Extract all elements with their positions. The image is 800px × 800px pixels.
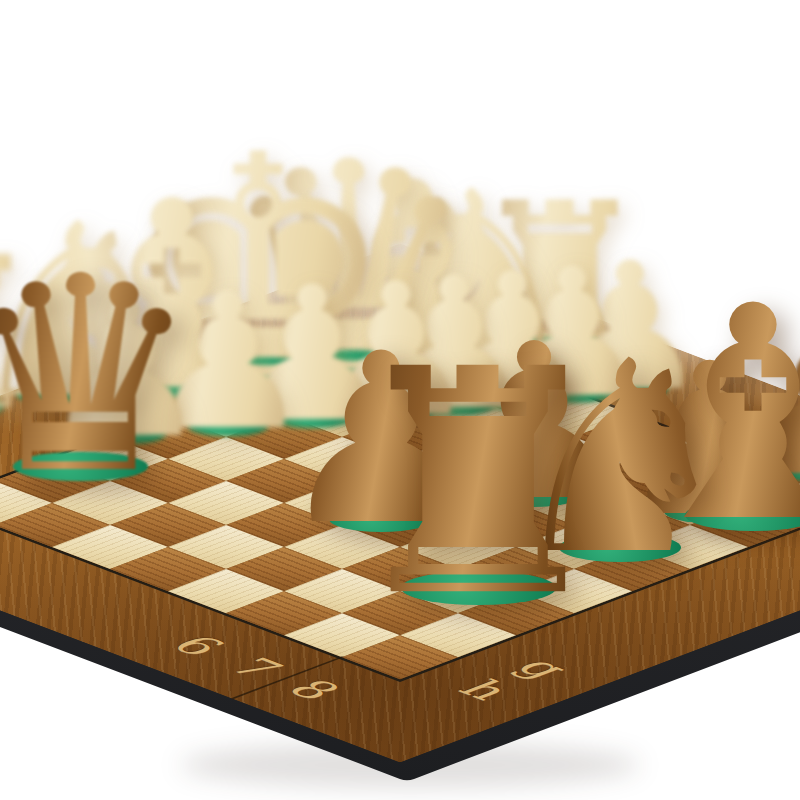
piece-black-queen-h4: ♛ (0, 241, 215, 484)
rook-glyph: ♜ (323, 329, 633, 639)
queen-glyph: ♛ (0, 241, 215, 511)
pieces-layer: ♜♞♝♚♛♝♞♜♟♟♟♟♟♟♟♟♛♟♜♟♞♟♝♟ (0, 0, 800, 800)
piece-black-rook-h8: ♜ (323, 329, 633, 608)
chess-set-photo: 6 7 8 h g ♜♞♝♚♛♝♞♜♟♟♟♟♟♟♟♟♛♟♜♟♞♟♝♟ (0, 0, 800, 800)
